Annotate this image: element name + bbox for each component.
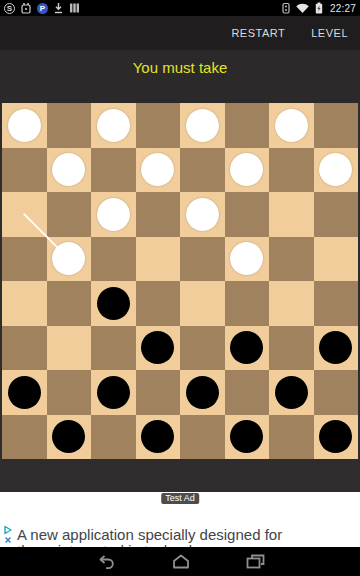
checker-white[interactable] — [186, 109, 219, 142]
board-square[interactable] — [47, 370, 92, 415]
recents-button[interactable] — [246, 554, 265, 569]
board-square[interactable] — [180, 237, 225, 282]
board-square[interactable] — [314, 192, 359, 237]
board-square[interactable] — [91, 326, 136, 371]
checker-black[interactable] — [52, 420, 85, 453]
board-square[interactable] — [136, 370, 181, 415]
wifi-icon — [295, 2, 310, 14]
checker-white[interactable] — [275, 109, 308, 142]
board-square[interactable] — [225, 415, 270, 460]
checker-black[interactable] — [141, 331, 174, 364]
checker-black[interactable] — [97, 287, 130, 320]
board-square[interactable] — [91, 148, 136, 193]
board-square[interactable] — [47, 237, 92, 282]
ad-banner[interactable]: Test Ad A new application specially desi… — [0, 492, 360, 547]
board-square[interactable] — [180, 326, 225, 371]
home-button[interactable] — [172, 554, 190, 569]
board-square[interactable] — [269, 415, 314, 460]
board-square[interactable] — [225, 281, 270, 326]
test-ad-badge: Test Ad — [161, 493, 199, 504]
alarm-icon — [20, 2, 32, 14]
app-bar: RESTART LEVEL — [0, 16, 360, 50]
board-square[interactable] — [180, 370, 225, 415]
board-square[interactable] — [47, 415, 92, 460]
board-square[interactable] — [47, 281, 92, 326]
checker-black[interactable] — [97, 376, 130, 409]
checker-white[interactable] — [319, 153, 352, 186]
board-square[interactable] — [47, 103, 92, 148]
board-square[interactable] — [136, 415, 181, 460]
board-square[interactable] — [269, 192, 314, 237]
checker-white[interactable] — [230, 153, 263, 186]
board-square[interactable] — [47, 192, 92, 237]
board-square[interactable] — [136, 326, 181, 371]
board-square[interactable] — [314, 237, 359, 282]
board-square[interactable] — [2, 281, 47, 326]
checker-black[interactable] — [186, 376, 219, 409]
board-square[interactable] — [2, 192, 47, 237]
battery-charging-icon — [315, 2, 323, 14]
board-square[interactable] — [91, 370, 136, 415]
board-square[interactable] — [314, 415, 359, 460]
board-square[interactable] — [180, 148, 225, 193]
android-nav-bar — [0, 547, 360, 576]
board-square[interactable] — [2, 148, 47, 193]
checker-white[interactable] — [8, 109, 41, 142]
board-square[interactable] — [225, 237, 270, 282]
back-button[interactable] — [96, 554, 116, 570]
board-square[interactable] — [225, 148, 270, 193]
battery-outline-icon — [282, 2, 290, 14]
checker-white[interactable] — [52, 153, 85, 186]
board-square[interactable] — [269, 103, 314, 148]
board-square[interactable] — [91, 281, 136, 326]
checker-white[interactable] — [186, 198, 219, 231]
checker-white[interactable] — [52, 242, 85, 275]
p-badge-icon: P — [37, 2, 48, 14]
board-square[interactable] — [2, 237, 47, 282]
checker-black[interactable] — [319, 420, 352, 453]
checker-black[interactable] — [230, 420, 263, 453]
board-square[interactable] — [314, 103, 359, 148]
download-icon — [53, 2, 64, 14]
checker-black[interactable] — [275, 376, 308, 409]
board-square[interactable] — [269, 281, 314, 326]
board-square[interactable] — [136, 148, 181, 193]
board-square[interactable] — [314, 370, 359, 415]
board-square[interactable] — [47, 148, 92, 193]
checker-white[interactable] — [97, 198, 130, 231]
ad-text-line1: A new application specially designed for — [17, 527, 354, 543]
board-grid — [2, 103, 358, 459]
board-square[interactable] — [180, 192, 225, 237]
s-badge-icon: S — [4, 2, 15, 14]
board-square[interactable] — [225, 103, 270, 148]
board-square[interactable] — [269, 237, 314, 282]
grid-icon — [69, 2, 80, 14]
board-square[interactable] — [2, 103, 47, 148]
board-square[interactable] — [2, 415, 47, 460]
checkers-board — [2, 103, 358, 459]
board-square[interactable] — [2, 326, 47, 371]
checker-white[interactable] — [230, 242, 263, 275]
board-square[interactable] — [225, 326, 270, 371]
board-square[interactable] — [91, 415, 136, 460]
checker-black[interactable] — [319, 331, 352, 364]
board-square[interactable] — [269, 326, 314, 371]
checker-white[interactable] — [141, 153, 174, 186]
board-square[interactable] — [314, 281, 359, 326]
board-square[interactable] — [180, 103, 225, 148]
board-square[interactable] — [47, 326, 92, 371]
board-square[interactable] — [314, 326, 359, 371]
adchoices-icon[interactable] — [2, 525, 14, 544]
board-square[interactable] — [225, 192, 270, 237]
checker-black[interactable] — [141, 420, 174, 453]
board-square[interactable] — [225, 370, 270, 415]
board-square[interactable] — [136, 192, 181, 237]
board-square[interactable] — [91, 192, 136, 237]
board-square[interactable] — [136, 103, 181, 148]
board-square[interactable] — [136, 237, 181, 282]
board-square[interactable] — [91, 103, 136, 148]
level-button[interactable]: LEVEL — [309, 23, 350, 43]
checker-black[interactable] — [8, 376, 41, 409]
checker-white[interactable] — [97, 109, 130, 142]
must-take-message: You must take — [133, 59, 228, 76]
board-square[interactable] — [2, 370, 47, 415]
board-square[interactable] — [91, 237, 136, 282]
restart-button[interactable]: RESTART — [229, 23, 287, 43]
checker-black[interactable] — [230, 331, 263, 364]
board-square[interactable] — [269, 148, 314, 193]
board-square[interactable] — [136, 281, 181, 326]
ad-text[interactable]: A new application specially designed for… — [17, 527, 354, 547]
status-bar: S P — [0, 0, 360, 16]
board-square[interactable] — [314, 148, 359, 193]
board-square[interactable] — [180, 415, 225, 460]
board-square[interactable] — [180, 281, 225, 326]
board-square[interactable] — [269, 370, 314, 415]
status-time: 22:27 — [328, 3, 356, 14]
message-strip: You must take — [0, 50, 360, 103]
